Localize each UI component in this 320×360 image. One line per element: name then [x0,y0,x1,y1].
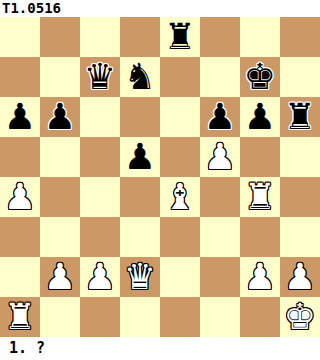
square-e1[interactable] [160,297,200,337]
piece-white-pawn: ♟ [204,137,236,177]
piece-black-king: ♚ [244,57,276,97]
square-f4[interactable] [200,177,240,217]
square-h3[interactable] [280,217,320,257]
piece-white-rook: ♜ [244,177,276,217]
square-f6[interactable]: ♟ [200,97,240,137]
square-f3[interactable] [200,217,240,257]
square-g4[interactable]: ♜ [240,177,280,217]
square-c4[interactable] [80,177,120,217]
puzzle-id: T1.0516 [0,0,320,17]
piece-white-rook: ♜ [4,297,36,337]
square-d3[interactable] [120,217,160,257]
piece-white-pawn: ♟ [44,257,76,297]
square-c1[interactable] [80,297,120,337]
square-a5[interactable] [0,137,40,177]
square-b6[interactable]: ♟ [40,97,80,137]
square-b7[interactable] [40,57,80,97]
square-b1[interactable] [40,297,80,337]
piece-black-queen: ♛ [84,57,116,97]
square-d8[interactable] [120,17,160,57]
square-d2[interactable]: ♛ [120,257,160,297]
piece-white-queen: ♛ [124,257,156,297]
square-g3[interactable] [240,217,280,257]
chess-board: ♜♛♞♚♟♟♟♟♜♟♟♟♝♜♟♟♛♟♟♜♚ [0,17,320,337]
square-a6[interactable]: ♟ [0,97,40,137]
square-e8[interactable]: ♜ [160,17,200,57]
piece-white-pawn: ♟ [244,257,276,297]
square-h2[interactable]: ♟ [280,257,320,297]
piece-black-rook: ♜ [284,97,316,137]
piece-black-pawn: ♟ [244,97,276,137]
square-g7[interactable]: ♚ [240,57,280,97]
square-f5[interactable]: ♟ [200,137,240,177]
square-c7[interactable]: ♛ [80,57,120,97]
piece-white-pawn: ♟ [84,257,116,297]
square-g2[interactable]: ♟ [240,257,280,297]
square-g5[interactable] [240,137,280,177]
piece-black-pawn: ♟ [44,97,76,137]
square-e4[interactable]: ♝ [160,177,200,217]
square-f8[interactable] [200,17,240,57]
square-g6[interactable]: ♟ [240,97,280,137]
square-f7[interactable] [200,57,240,97]
square-g1[interactable] [240,297,280,337]
chess-puzzle-app: T1.0516 ♜♛♞♚♟♟♟♟♜♟♟♟♝♜♟♟♛♟♟♜♚ 1. ? [0,0,320,360]
square-a2[interactable] [0,257,40,297]
piece-black-pawn: ♟ [124,137,156,177]
square-e5[interactable] [160,137,200,177]
square-h7[interactable] [280,57,320,97]
square-b3[interactable] [40,217,80,257]
piece-black-knight: ♞ [124,57,156,97]
square-h8[interactable] [280,17,320,57]
square-e6[interactable] [160,97,200,137]
square-d7[interactable]: ♞ [120,57,160,97]
piece-white-king: ♚ [284,297,316,337]
square-b2[interactable]: ♟ [40,257,80,297]
square-a4[interactable]: ♟ [0,177,40,217]
square-h6[interactable]: ♜ [280,97,320,137]
square-c5[interactable] [80,137,120,177]
square-h5[interactable] [280,137,320,177]
square-c3[interactable] [80,217,120,257]
square-h4[interactable] [280,177,320,217]
square-e2[interactable] [160,257,200,297]
piece-white-pawn: ♟ [284,257,316,297]
square-c2[interactable]: ♟ [80,257,120,297]
square-c8[interactable] [80,17,120,57]
piece-black-pawn: ♟ [204,97,236,137]
square-e7[interactable] [160,57,200,97]
square-a8[interactable] [0,17,40,57]
square-d6[interactable] [120,97,160,137]
square-f1[interactable] [200,297,240,337]
square-e3[interactable] [160,217,200,257]
square-b4[interactable] [40,177,80,217]
piece-white-bishop: ♝ [164,177,196,217]
square-a3[interactable] [0,217,40,257]
square-d1[interactable] [120,297,160,337]
square-b5[interactable] [40,137,80,177]
piece-black-rook: ♜ [164,17,196,57]
move-prompt: 1. ? [0,337,320,360]
square-d4[interactable] [120,177,160,217]
square-g8[interactable] [240,17,280,57]
square-f2[interactable] [200,257,240,297]
square-a1[interactable]: ♜ [0,297,40,337]
piece-black-pawn: ♟ [4,97,36,137]
square-d5[interactable]: ♟ [120,137,160,177]
square-a7[interactable] [0,57,40,97]
square-h1[interactable]: ♚ [280,297,320,337]
square-b8[interactable] [40,17,80,57]
piece-white-pawn: ♟ [4,177,36,217]
square-c6[interactable] [80,97,120,137]
